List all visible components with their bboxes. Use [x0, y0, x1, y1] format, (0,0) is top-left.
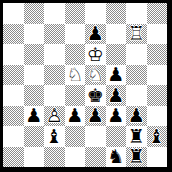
square-g5: [126, 65, 147, 86]
square-c6: [44, 44, 65, 65]
square-e2: [85, 126, 106, 147]
square-e6: ♚♔: [85, 44, 106, 65]
black-pawn-f4: ♟: [106, 85, 127, 106]
square-c3: ♟♙: [44, 106, 65, 127]
black-pawn-g3: ♟: [126, 106, 147, 127]
square-h4: [147, 85, 168, 106]
black-knight-f1: ♞: [106, 147, 127, 168]
square-g4: [126, 85, 147, 106]
square-g1: ♜: [126, 147, 147, 168]
pawn-icon: ♟: [126, 106, 147, 127]
square-e5: ♞♘: [85, 65, 106, 86]
square-a5: [3, 65, 24, 86]
bishop-icon: ♝: [147, 126, 168, 147]
rook-icon: ♖: [126, 24, 147, 45]
square-f6: [106, 44, 127, 65]
pawn-icon: ♟: [106, 85, 127, 106]
black-rook-g1: ♜: [126, 147, 147, 168]
square-a4: [3, 85, 24, 106]
chess-board: ♟♜♖♚♔♞♘♞♘♟♚♟♟♟♙♟♟♟♟♝♜♝♞♜: [3, 3, 167, 167]
black-pawn-f3: ♟: [106, 106, 127, 127]
pawn-icon: ♟: [106, 106, 127, 127]
rook-icon: ♜: [126, 126, 147, 147]
square-b1: [24, 147, 45, 168]
square-f1: ♞: [106, 147, 127, 168]
knight-icon: ♘: [85, 65, 106, 86]
square-b5: [24, 65, 45, 86]
chess-diagram: ♟♜♖♚♔♞♘♞♘♟♚♟♟♟♙♟♟♟♟♝♜♝♞♜: [0, 0, 172, 172]
square-e3: ♟: [85, 106, 106, 127]
square-c5: [44, 65, 65, 86]
square-e4: ♚: [85, 85, 106, 106]
king-icon: ♚: [85, 85, 106, 106]
square-e7: ♟: [85, 24, 106, 45]
black-pawn-d3: ♟: [65, 106, 86, 127]
king-icon: ♔: [85, 44, 106, 65]
square-d2: [65, 126, 86, 147]
square-b6: [24, 44, 45, 65]
rook-icon: ♜: [126, 147, 147, 168]
square-f4: ♟: [106, 85, 127, 106]
square-g2: ♜: [126, 126, 147, 147]
square-c2: ♝: [44, 126, 65, 147]
square-b3: ♟: [24, 106, 45, 127]
pawn-icon: ♟: [65, 106, 86, 127]
square-f7: [106, 24, 127, 45]
square-d4: [65, 85, 86, 106]
square-g8: [126, 3, 147, 24]
square-h6: [147, 44, 168, 65]
black-king-e4: ♚: [85, 85, 106, 106]
square-a2: [3, 126, 24, 147]
pawn-icon: ♟: [85, 106, 106, 127]
black-bishop-h2: ♝: [147, 126, 168, 147]
square-e8: [85, 3, 106, 24]
square-h8: [147, 3, 168, 24]
pawn-icon: ♟: [24, 106, 45, 127]
square-a8: [3, 3, 24, 24]
square-b7: [24, 24, 45, 45]
pawn-icon: ♟: [106, 65, 127, 86]
square-g7: ♜♖: [126, 24, 147, 45]
square-a6: [3, 44, 24, 65]
square-f2: [106, 126, 127, 147]
square-c7: [44, 24, 65, 45]
square-h2: ♝: [147, 126, 168, 147]
black-pawn-e3: ♟: [85, 106, 106, 127]
white-knight-e5: ♞♘: [85, 65, 106, 86]
square-e1: [85, 147, 106, 168]
square-a3: [3, 106, 24, 127]
square-c4: [44, 85, 65, 106]
square-f8: [106, 3, 127, 24]
white-pawn-c3: ♟♙: [44, 106, 65, 127]
black-rook-g2: ♜: [126, 126, 147, 147]
square-f3: ♟: [106, 106, 127, 127]
white-knight-d5: ♞♘: [65, 65, 86, 86]
square-a7: [3, 24, 24, 45]
square-b8: [24, 3, 45, 24]
white-king-e6: ♚♔: [85, 44, 106, 65]
white-rook-g7: ♜♖: [126, 24, 147, 45]
black-pawn-b3: ♟: [24, 106, 45, 127]
square-a1: [3, 147, 24, 168]
square-d3: ♟: [65, 106, 86, 127]
square-h7: [147, 24, 168, 45]
bishop-icon: ♝: [44, 126, 65, 147]
square-d6: [65, 44, 86, 65]
square-h1: [147, 147, 168, 168]
square-g6: [126, 44, 147, 65]
black-pawn-f5: ♟: [106, 65, 127, 86]
square-c8: [44, 3, 65, 24]
square-d8: [65, 3, 86, 24]
knight-icon: ♘: [65, 65, 86, 86]
pawn-icon: ♙: [44, 106, 65, 127]
square-d5: ♞♘: [65, 65, 86, 86]
black-pawn-e7: ♟: [85, 24, 106, 45]
square-b2: [24, 126, 45, 147]
square-b4: [24, 85, 45, 106]
knight-icon: ♞: [106, 147, 127, 168]
black-bishop-c2: ♝: [44, 126, 65, 147]
square-c1: [44, 147, 65, 168]
square-f5: ♟: [106, 65, 127, 86]
pawn-icon: ♟: [85, 24, 106, 45]
square-g3: ♟: [126, 106, 147, 127]
square-h5: [147, 65, 168, 86]
square-h3: [147, 106, 168, 127]
square-d7: [65, 24, 86, 45]
square-d1: [65, 147, 86, 168]
